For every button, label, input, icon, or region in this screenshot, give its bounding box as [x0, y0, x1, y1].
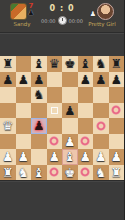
square-c1[interactable]: ♝	[31, 165, 47, 181]
white-pawn-h2[interactable]: ♟	[111, 149, 122, 164]
score-and-timers: 0 : 0 00:00 00:00	[40, 4, 84, 25]
timer-left: 00:00	[41, 18, 55, 24]
square-a8[interactable]: ♜	[0, 56, 16, 72]
white-pawn-icon: ♟	[90, 11, 96, 18]
bottom-panel	[0, 180, 124, 220]
square-f2[interactable]: ♟	[78, 149, 94, 165]
square-b8[interactable]	[16, 56, 32, 72]
square-a6[interactable]	[0, 87, 16, 103]
square-g1[interactable]: ♞	[93, 165, 109, 181]
square-d7[interactable]	[47, 72, 63, 88]
square-a2[interactable]: ♟	[0, 149, 16, 165]
square-g7[interactable]: ♟	[93, 72, 109, 88]
square-b1[interactable]: ♞	[16, 165, 32, 181]
square-e7[interactable]	[62, 72, 78, 88]
square-h8[interactable]: ♜	[109, 56, 125, 72]
square-d6[interactable]	[47, 87, 63, 103]
square-b2[interactable]: ♟	[16, 149, 32, 165]
white-knight-g1[interactable]: ♞	[95, 165, 106, 180]
player-left-avatar[interactable]	[10, 3, 27, 20]
square-f5[interactable]	[78, 103, 94, 119]
square-b6[interactable]	[16, 87, 32, 103]
square-f4[interactable]	[78, 118, 94, 134]
black-bishop-f8[interactable]: ♝	[80, 56, 91, 71]
white-pawn-b2[interactable]: ♟	[18, 149, 29, 164]
square-f3[interactable]	[78, 134, 94, 150]
square-d2[interactable]: ♟	[47, 149, 63, 165]
move-hint-dot[interactable]	[96, 121, 106, 131]
chess-board: ♜♝♛♚♝♞♜♟♟♟♟♟♟♞♟♛♟♟♟♟♟♝♟♟♟♜♞♝♚♞♜	[0, 56, 124, 180]
white-pawn-a2[interactable]: ♟	[2, 149, 13, 164]
square-c8[interactable]: ♝	[31, 56, 47, 72]
square-h7[interactable]: ♟	[109, 72, 125, 88]
square-c2[interactable]	[31, 149, 47, 165]
black-bishop-c8[interactable]: ♝	[33, 56, 44, 71]
square-d8[interactable]: ♛	[47, 56, 63, 72]
square-a4[interactable]: ♛	[0, 118, 16, 134]
square-b3[interactable]	[16, 134, 32, 150]
square-c3[interactable]	[31, 134, 47, 150]
white-pawn-g2[interactable]: ♟	[95, 149, 106, 164]
white-pawn-e3[interactable]: ♟	[64, 134, 75, 149]
black-pawn-a7[interactable]: ♟	[2, 72, 13, 87]
black-knight-c6[interactable]: ♞	[33, 87, 44, 102]
square-e4[interactable]	[62, 118, 78, 134]
square-e2[interactable]: ♝	[62, 149, 78, 165]
square-f8[interactable]: ♝	[78, 56, 94, 72]
square-c4[interactable]: ♟	[31, 118, 47, 134]
square-d1[interactable]	[47, 165, 63, 181]
square-h5[interactable]	[109, 103, 125, 119]
square-h3[interactable]	[109, 134, 125, 150]
square-h2[interactable]: ♟	[109, 149, 125, 165]
white-rook-h1[interactable]: ♜	[111, 165, 122, 180]
square-c7[interactable]: ♟	[31, 72, 47, 88]
square-h4[interactable]	[109, 118, 125, 134]
square-b4[interactable]	[16, 118, 32, 134]
player-right-name: Pretty Girl	[88, 21, 116, 27]
square-g6[interactable]	[93, 87, 109, 103]
black-queen-d8[interactable]: ♛	[49, 56, 60, 71]
black-pawn-f7[interactable]: ♟	[80, 72, 91, 87]
player-left-name: Sandy	[13, 21, 30, 27]
square-a7[interactable]: ♟	[0, 72, 16, 88]
clock-icon	[58, 16, 67, 25]
white-bishop-c1[interactable]: ♝	[33, 165, 44, 180]
square-b7[interactable]: ♟	[16, 72, 32, 88]
square-f7[interactable]: ♟	[78, 72, 94, 88]
white-pawn-f2[interactable]: ♟	[80, 149, 91, 164]
player-left: 7 ♟ Sandy	[4, 3, 40, 27]
square-g3[interactable]	[93, 134, 109, 150]
square-c5[interactable]	[31, 103, 47, 119]
square-f1[interactable]	[78, 165, 94, 181]
square-d3[interactable]	[47, 134, 63, 150]
square-a5[interactable]	[0, 103, 16, 119]
square-g5[interactable]	[93, 103, 109, 119]
white-king-e1[interactable]: ♚	[64, 165, 75, 180]
square-e3[interactable]: ♟	[62, 134, 78, 150]
last-move-origin-marker	[51, 107, 58, 114]
white-pawn-d2[interactable]: ♟	[49, 149, 60, 164]
white-knight-b1[interactable]: ♞	[18, 165, 29, 180]
black-pawn-h7[interactable]: ♟	[111, 72, 122, 87]
square-a3[interactable]	[0, 134, 16, 150]
move-hint-dot[interactable]	[111, 105, 121, 115]
square-g4[interactable]	[93, 118, 109, 134]
black-pawn-g7[interactable]: ♟	[95, 72, 106, 87]
move-hint-dot[interactable]	[80, 167, 90, 177]
square-e5[interactable]: ♟	[62, 103, 78, 119]
square-e8[interactable]: ♚	[62, 56, 78, 72]
chess-app: 7 ♟ Sandy 0 : 0 00:00 00:00 ♟ Pretty Gir…	[0, 0, 124, 220]
square-c6[interactable]: ♞	[31, 87, 47, 103]
square-d5[interactable]	[47, 103, 63, 119]
black-pawn-c7[interactable]: ♟	[33, 72, 44, 87]
square-f6[interactable]	[78, 87, 94, 103]
square-g8[interactable]: ♞	[93, 56, 109, 72]
timer-right: 00:00	[69, 18, 83, 24]
square-b5[interactable]	[16, 103, 32, 119]
square-d4[interactable]	[47, 118, 63, 134]
square-h1[interactable]: ♜	[109, 165, 125, 181]
white-bishop-e2[interactable]: ♝	[64, 149, 75, 164]
black-pawn-icon: ♟	[28, 10, 34, 17]
square-a1[interactable]: ♜	[0, 165, 16, 181]
black-knight-g8[interactable]: ♞	[95, 56, 106, 71]
move-hint-dot[interactable]	[49, 167, 59, 177]
black-rook-a8[interactable]: ♜	[2, 56, 13, 71]
player-right-avatar[interactable]	[97, 3, 114, 20]
white-queen-a4[interactable]: ♛	[2, 118, 13, 133]
square-h6[interactable]	[109, 87, 125, 103]
black-king-e8[interactable]: ♚	[64, 56, 75, 71]
black-pawn-b7[interactable]: ♟	[18, 72, 29, 87]
square-e6[interactable]	[62, 87, 78, 103]
score-text: 0 : 0	[50, 4, 75, 13]
move-hint-dot[interactable]	[49, 136, 59, 146]
black-rook-h8[interactable]: ♜	[111, 56, 122, 71]
white-rook-a1[interactable]: ♜	[2, 165, 13, 180]
black-pawn-e5[interactable]: ♟	[64, 103, 75, 118]
header-bar: 7 ♟ Sandy 0 : 0 00:00 00:00 ♟ Pretty Gir…	[0, 0, 124, 33]
player-right: ♟ Pretty Girl	[84, 3, 120, 27]
square-g2[interactable]: ♟	[93, 149, 109, 165]
square-e1[interactable]: ♚	[62, 165, 78, 181]
black-pawn-c4[interactable]: ♟	[33, 118, 44, 133]
move-hint-dot[interactable]	[80, 136, 90, 146]
